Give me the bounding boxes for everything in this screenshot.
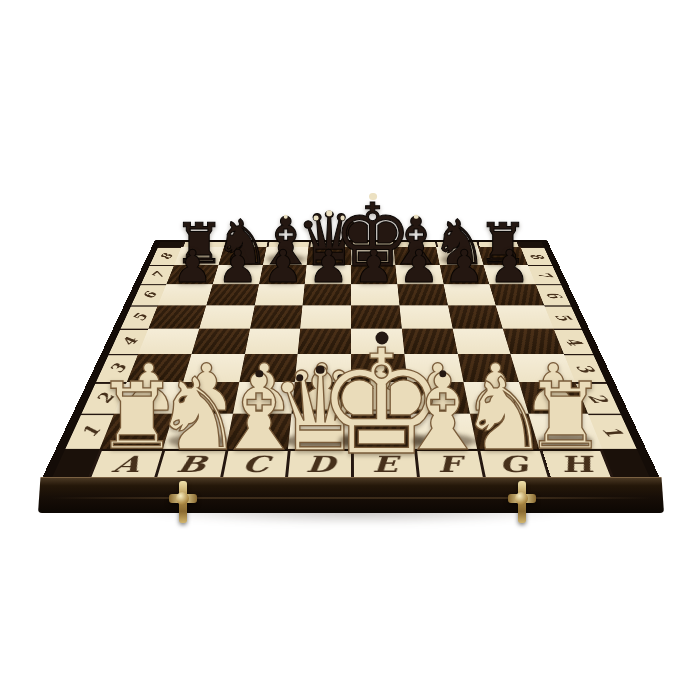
square-g5[interactable] — [448, 305, 503, 328]
piece-glyph: ♜ — [524, 371, 606, 463]
piece-glyph: ♟ — [353, 244, 393, 289]
finial-ball — [313, 216, 318, 221]
rank-label-left-6-text: 6 — [137, 291, 162, 300]
rank-label-right-6-text: 6 — [541, 291, 566, 300]
clasp-knob — [515, 492, 528, 505]
piece-glyph: ♟ — [489, 244, 529, 289]
rank-label-left-5-text: 5 — [126, 312, 152, 322]
piece-glyph: ♟ — [218, 244, 258, 289]
wood-grain-line — [51, 497, 652, 499]
piece-glyph: ♟ — [263, 244, 303, 289]
piece-glyph: ♟ — [444, 244, 484, 289]
rank-label-left-7-text: 7 — [146, 271, 169, 279]
square-c5[interactable] — [250, 305, 303, 328]
piece-glyph: ♟ — [308, 244, 348, 289]
piece-glyph: ♟ — [172, 244, 212, 289]
brass-clasp-right[interactable] — [505, 481, 539, 523]
rank-label-left-4-text: 4 — [115, 336, 142, 347]
rank-label-right-7-text: 7 — [533, 271, 556, 279]
chess-set-photo: ABCDEFGH8877665544332211ABCDEFGH ♜♞♝♛♚♝♞… — [0, 0, 700, 700]
finial-ball — [375, 332, 388, 345]
square-b5[interactable] — [199, 305, 254, 328]
finial-ball — [283, 214, 288, 219]
clasp-knob — [176, 492, 189, 505]
brass-clasp-left[interactable] — [166, 481, 200, 523]
finial-ball — [414, 214, 419, 219]
rank-label-right-4-text: 4 — [560, 336, 587, 347]
finial-ball — [326, 210, 332, 216]
finial-ball — [369, 193, 377, 201]
rank-label-right-5-text: 5 — [550, 312, 576, 322]
square-a5[interactable] — [148, 305, 206, 328]
piece-glyph: ♟ — [399, 244, 439, 289]
